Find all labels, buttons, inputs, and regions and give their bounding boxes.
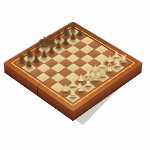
chess-board[interactable]: ♜♞♟♝♟♛♟♚♟♝♟♞♟♟♜♟♟♜♟♟♞♟♝♟♛♟♚♟♝♟♞♜ 8765432… [4,22,143,112]
frame-coordinate-label: d [107,80,111,83]
frame-coordinate-label: e [100,85,104,88]
chess-set-photo: ♜♞♟♝♟♛♟♚♟♝♟♞♟♟♜♟♟♜♟♟♞♟♝♟♛♟♚♟♝♟♞♜ 8765432… [0,0,150,150]
white-rook-glyph: ♜ [68,88,78,99]
black-pawn-glyph: ♟ [25,60,33,69]
frame-coordinate-label: h [77,100,81,103]
fold-seam-side [37,86,38,96]
